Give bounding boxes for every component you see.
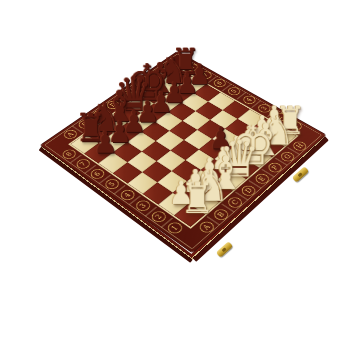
square-d1[interactable]: ♛: [217, 169, 247, 191]
photo-stage: ABCDEFGH ABCDEFGH 87654321 87654321 ♜♞♝♛…: [0, 0, 350, 350]
board-grid: ♜♞♝♛♚♝♞♜♟♟♟♟♟♟♟♟♟♟♟♟♟♟♟♟♟♜♞♝♛♚♝♞♜: [68, 67, 298, 229]
brass-latch-icon: [216, 241, 233, 258]
chessboard: ABCDEFGH ABCDEFGH 87654321 87654321 ♜♞♝♛…: [41, 52, 326, 253]
